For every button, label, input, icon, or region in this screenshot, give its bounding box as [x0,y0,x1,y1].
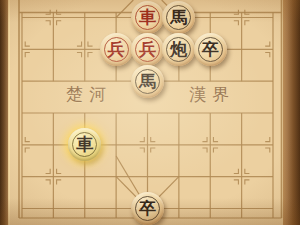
piece-red-soldier-2[interactable]: 兵 [131,33,164,66]
piece-glyph: 炮 [170,40,187,57]
piece-glyph: 兵 [108,40,125,57]
board-right-edge [283,0,300,225]
piece-black-chariot[interactable]: 車 [68,128,101,161]
piece-glyph: 馬 [139,72,156,89]
piece-black-soldier-1[interactable]: 卒 [194,33,227,66]
piece-black-soldier-2[interactable]: 卒 [131,192,164,225]
piece-black-cannon[interactable]: 炮 [162,33,195,66]
piece-glyph: 車 [76,136,93,153]
piece-glyph: 卒 [139,199,156,216]
piece-black-horse-1[interactable]: 馬 [162,1,195,34]
piece-glyph: 兵 [139,40,156,57]
piece-glyph: 卒 [202,40,219,57]
xiangqi-board[interactable]: 楚河 漢界 車馬兵兵炮卒馬車卒 [0,0,300,225]
piece-black-horse-2[interactable]: 馬 [131,65,164,98]
piece-red-soldier-1[interactable]: 兵 [100,33,133,66]
board-left-edge [0,0,9,225]
piece-glyph: 車 [139,8,156,25]
piece-red-chariot[interactable]: 車 [131,1,164,34]
pieces-layer: 車馬兵兵炮卒馬車卒 [6,0,288,225]
piece-glyph: 馬 [170,8,187,25]
